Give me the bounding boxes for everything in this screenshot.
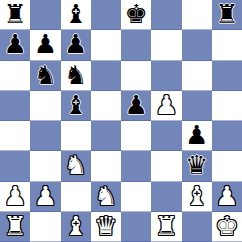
square-f6[interactable] [151, 61, 181, 91]
square-d4[interactable] [91, 121, 121, 151]
white-knight: ♞ [64, 152, 87, 178]
square-d8[interactable] [91, 0, 121, 30]
square-f4[interactable] [151, 121, 181, 151]
square-d7[interactable] [91, 30, 121, 60]
square-h4[interactable] [212, 121, 242, 151]
black-rook: ♜ [3, 1, 26, 27]
square-c4[interactable] [61, 121, 91, 151]
square-a4[interactable] [0, 121, 30, 151]
square-f1[interactable]: ♜ [151, 212, 181, 242]
white-king: ♚ [215, 213, 238, 239]
black-pawn: ♟ [3, 31, 26, 57]
square-b6[interactable]: ♞ [30, 61, 60, 91]
square-e6[interactable] [121, 61, 151, 91]
white-pawn: ♟ [34, 183, 57, 209]
square-d3[interactable] [91, 151, 121, 181]
square-b7[interactable]: ♟ [30, 30, 60, 60]
square-h3[interactable] [212, 151, 242, 181]
black-bishop: ♝ [64, 1, 87, 27]
white-pawn: ♟ [215, 183, 238, 209]
square-f5[interactable]: ♟ [151, 91, 181, 121]
black-rook: ♜ [215, 1, 238, 27]
square-f3[interactable] [151, 151, 181, 181]
white-rook: ♜ [155, 213, 178, 239]
white-pawn: ♟ [155, 92, 178, 118]
square-g7[interactable] [182, 30, 212, 60]
square-e2[interactable] [121, 182, 151, 212]
chess-board: ♜♝♚♜♟♟♟♞♞♝♟♟♟♞♛♟♟♞♝♟♜♝♛♜♚ [0, 0, 242, 242]
square-h6[interactable] [212, 61, 242, 91]
square-h5[interactable] [212, 91, 242, 121]
square-h7[interactable] [212, 30, 242, 60]
black-knight: ♞ [64, 62, 87, 88]
square-b4[interactable] [30, 121, 60, 151]
square-c1[interactable]: ♝ [61, 212, 91, 242]
black-king: ♚ [124, 1, 147, 27]
square-a5[interactable] [0, 91, 30, 121]
square-c6[interactable]: ♞ [61, 61, 91, 91]
square-g6[interactable] [182, 61, 212, 91]
square-a8[interactable]: ♜ [0, 0, 30, 30]
square-e8[interactable]: ♚ [121, 0, 151, 30]
square-c7[interactable]: ♟ [61, 30, 91, 60]
square-f2[interactable] [151, 182, 181, 212]
square-g2[interactable]: ♝ [182, 182, 212, 212]
square-d1[interactable]: ♛ [91, 212, 121, 242]
white-queen: ♛ [94, 213, 117, 239]
white-bishop: ♝ [185, 183, 208, 209]
square-b3[interactable] [30, 151, 60, 181]
square-d6[interactable] [91, 61, 121, 91]
square-c2[interactable] [61, 182, 91, 212]
square-g1[interactable] [182, 212, 212, 242]
white-pawn: ♟ [3, 183, 26, 209]
square-b5[interactable] [30, 91, 60, 121]
square-e1[interactable] [121, 212, 151, 242]
square-a6[interactable] [0, 61, 30, 91]
square-d5[interactable] [91, 91, 121, 121]
square-b2[interactable]: ♟ [30, 182, 60, 212]
square-a1[interactable]: ♜ [0, 212, 30, 242]
white-knight: ♞ [94, 183, 117, 209]
square-g4[interactable]: ♟ [182, 121, 212, 151]
square-c3[interactable]: ♞ [61, 151, 91, 181]
square-h2[interactable]: ♟ [212, 182, 242, 212]
square-g5[interactable] [182, 91, 212, 121]
square-d2[interactable]: ♞ [91, 182, 121, 212]
square-c8[interactable]: ♝ [61, 0, 91, 30]
square-e7[interactable] [121, 30, 151, 60]
square-e5[interactable]: ♟ [121, 91, 151, 121]
square-f8[interactable] [151, 0, 181, 30]
black-knight: ♞ [34, 62, 57, 88]
square-e3[interactable] [121, 151, 151, 181]
white-bishop: ♝ [64, 213, 87, 239]
square-e4[interactable] [121, 121, 151, 151]
square-b8[interactable] [30, 0, 60, 30]
square-c5[interactable]: ♝ [61, 91, 91, 121]
square-a3[interactable] [0, 151, 30, 181]
square-b1[interactable] [30, 212, 60, 242]
square-g8[interactable] [182, 0, 212, 30]
black-bishop: ♝ [64, 92, 87, 118]
black-pawn: ♟ [34, 31, 57, 57]
square-a7[interactable]: ♟ [0, 30, 30, 60]
square-g3[interactable]: ♛ [182, 151, 212, 181]
black-pawn: ♟ [64, 31, 87, 57]
square-a2[interactable]: ♟ [0, 182, 30, 212]
square-h1[interactable]: ♚ [212, 212, 242, 242]
white-rook: ♜ [3, 213, 26, 239]
square-f7[interactable] [151, 30, 181, 60]
black-pawn: ♟ [185, 122, 208, 148]
black-queen: ♛ [185, 152, 208, 178]
square-h8[interactable]: ♜ [212, 0, 242, 30]
black-pawn: ♟ [124, 92, 147, 118]
